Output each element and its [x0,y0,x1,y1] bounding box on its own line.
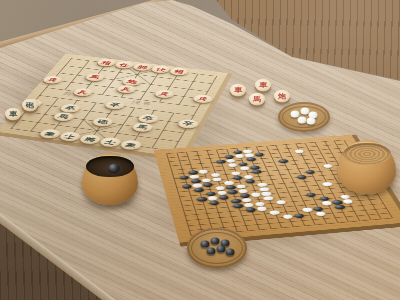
go-stone-white[interactable] [198,169,208,173]
go-stone-white[interactable] [239,166,250,170]
go-stone-black[interactable] [232,203,243,208]
go-stone-white[interactable] [212,177,223,182]
xiangqi-piece-red[interactable]: 兵 [115,84,138,94]
captured-black-piece[interactable]: 車 [5,108,21,120]
go-stone-black[interactable] [233,176,244,181]
tray-stone-black[interactable] [211,238,220,245]
go-stone-black[interactable] [218,195,229,200]
xiangqi-piece-red[interactable]: 兵 [41,75,64,84]
go-stone-black[interactable] [306,192,317,197]
tray-stone-white[interactable] [307,118,316,125]
tray-stone-white[interactable] [291,111,300,118]
xiangqi-piece-black[interactable]: 將 [78,134,103,145]
xiangqi-piece-black[interactable]: 馬 [51,111,76,122]
captured-red-piece[interactable]: 炮 [274,90,290,102]
go-stone-white[interactable] [322,182,333,187]
tray-stone-white[interactable] [301,108,310,115]
right-stone-bowl[interactable] [338,140,396,194]
tray-stone-black[interactable] [217,246,226,253]
xiangqi-piece-red[interactable]: 帥 [131,63,153,72]
tray-stone-black[interactable] [221,240,230,247]
go-stone-white[interactable] [234,154,244,158]
go-stone-black[interactable] [251,170,262,174]
go-stone-black[interactable] [209,201,220,206]
go-stone-white[interactable] [276,200,287,205]
left-stone-bowl[interactable] [82,153,138,205]
go-stone-black[interactable] [227,190,238,195]
xiangqi-piece-red[interactable]: 馬 [84,72,107,81]
captured-red-piece[interactable]: 車 [255,79,271,91]
go-stone-black[interactable] [179,175,189,180]
xiangqi-piece-red[interactable]: 仕 [113,60,135,69]
go-stone-white[interactable] [294,149,305,153]
go-stone-white[interactable] [282,214,294,219]
xiangqi-piece-black[interactable]: 士 [98,136,123,147]
xiangqi-piece-red[interactable]: 兵 [191,94,214,104]
go-stone-white[interactable] [302,207,314,212]
xiangqi-piece-black[interactable]: 卒 [103,100,127,110]
go-stone-black[interactable] [245,179,256,184]
go-stone-black[interactable] [246,157,256,161]
tray-stone-black[interactable] [226,249,235,256]
go-stone-black[interactable] [182,184,193,189]
go-stone-white[interactable] [263,196,274,201]
go-stone-black[interactable] [297,175,308,180]
go-stone-black[interactable] [203,182,214,187]
go-stone-white[interactable] [323,164,334,168]
go-stone-white[interactable] [227,163,237,167]
go-stone-white[interactable] [269,210,281,215]
black-stone-lid[interactable] [187,228,247,268]
go-stone-black[interactable] [305,170,316,174]
go-stone-black[interactable] [334,205,346,210]
go-stone-black[interactable] [245,207,256,212]
xiangqi-piece-black[interactable]: 卒 [176,118,200,129]
tray-stone-white[interactable] [309,112,318,119]
go-stone-black[interactable] [197,197,208,202]
go-stone-black[interactable] [293,213,305,218]
tray-stone-white[interactable] [298,117,307,124]
go-stone-white[interactable] [250,192,261,197]
white-stone-lid[interactable] [278,102,330,132]
xiangqi-piece-red[interactable]: 相 [168,67,190,76]
go-stone-black[interactable] [278,159,289,163]
captured-black-piece[interactable]: 砲 [22,99,38,111]
xiangqi-piece-red[interactable]: 仕 [150,65,172,74]
xiangqi-piece-black[interactable]: 象 [118,139,143,151]
left-bowl-mouth [86,156,133,178]
captured-red-piece[interactable]: 馬 [249,93,265,105]
go-stone-white[interactable] [256,206,267,211]
go-stone-black[interactable] [254,152,264,156]
scene: 楚河 漢界 相仕帥仕相馬炮兵兵兵兵兵卒卒卒卒卒馬砲馬象士將士象 車車馬炮車砲 [0,0,400,300]
xiangqi-piece-black[interactable]: 馬 [130,122,155,133]
tray-stone-black[interactable] [207,248,216,255]
bowl-stone-black[interactable] [109,164,120,172]
captured-red-piece[interactable]: 車 [230,84,246,96]
go-stone-white[interactable] [321,201,333,206]
xiangqi-piece-black[interactable]: 砲 [91,116,116,127]
go-stone-black[interactable] [194,188,205,193]
tray-stone-black[interactable] [201,241,210,248]
go-stone-black[interactable] [216,160,226,164]
go-stone-white[interactable] [315,211,327,216]
go-stone-white[interactable] [342,199,354,204]
xiangqi-piece-red[interactable]: 兵 [153,89,176,99]
